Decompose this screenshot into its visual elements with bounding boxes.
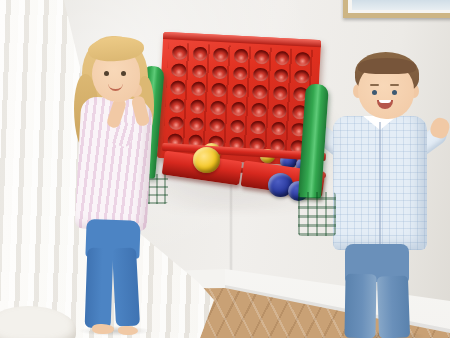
- boy-eye: [392, 90, 397, 95]
- girl-eye: [121, 71, 126, 76]
- board-cell-r2c7[interactable]: [292, 68, 310, 85]
- empty-hole: [231, 102, 246, 117]
- empty-hole: [193, 46, 208, 61]
- picture-art: [352, 0, 450, 10]
- room-scene: [0, 0, 450, 338]
- board-cell-r4c1[interactable]: [168, 97, 186, 114]
- empty-hole: [254, 50, 269, 65]
- board-cell-r1c2[interactable]: [191, 45, 209, 62]
- empty-hole: [170, 98, 185, 113]
- empty-hole: [213, 48, 228, 63]
- empty-hole: [271, 121, 286, 136]
- empty-hole: [192, 64, 207, 79]
- girl-foot: [118, 326, 138, 335]
- boy-teeth: [379, 100, 391, 103]
- board-cell-r2c1[interactable]: [170, 62, 188, 79]
- board-cell-r3c4[interactable]: [230, 83, 248, 100]
- empty-hole: [274, 51, 289, 66]
- girl-eye: [104, 71, 109, 76]
- board-cell-r2c2[interactable]: [190, 63, 208, 80]
- empty-hole: [190, 99, 205, 114]
- empty-hole: [273, 68, 288, 83]
- board-cell-r2c5[interactable]: [252, 66, 270, 83]
- empty-hole: [171, 81, 186, 96]
- empty-hole: [212, 65, 227, 80]
- empty-hole: [272, 104, 287, 119]
- empty-hole: [273, 86, 288, 101]
- boy-eyebrow: [390, 84, 399, 86]
- girl-jeans-leg: [112, 247, 140, 326]
- board-cell-r5c2[interactable]: [188, 116, 206, 133]
- board-cell-r2c4[interactable]: [231, 65, 249, 82]
- empty-hole: [189, 117, 204, 132]
- board-cell-r5c5[interactable]: [249, 119, 267, 136]
- empty-hole: [230, 119, 245, 134]
- girl-jeans-leg: [85, 248, 114, 329]
- empty-hole: [191, 82, 206, 97]
- board-cell-r2c6[interactable]: [272, 67, 290, 84]
- empty-hole: [252, 85, 267, 100]
- boy-jeans-leg: [377, 275, 410, 338]
- board-cell-r5c3[interactable]: [208, 117, 226, 134]
- board-cell-r4c5[interactable]: [250, 102, 268, 119]
- board-cell-r2c3[interactable]: [211, 64, 229, 81]
- empty-hole: [234, 49, 249, 64]
- girl-smile: [108, 81, 123, 91]
- board-cell-r4c4[interactable]: [229, 101, 247, 118]
- yellow-disc[interactable]: [193, 147, 220, 173]
- board-cell-r1c6[interactable]: [273, 50, 291, 67]
- board-cell-r1c5[interactable]: [253, 49, 271, 66]
- empty-hole: [169, 116, 184, 131]
- hole-grid: [163, 42, 314, 157]
- boy-shirt-placket: [379, 122, 381, 246]
- girl-foot: [92, 324, 114, 334]
- empty-hole: [210, 100, 225, 115]
- empty-hole: [295, 52, 310, 67]
- right-rail-foot: [298, 192, 336, 236]
- board-cell-r3c6[interactable]: [271, 85, 289, 102]
- empty-hole: [171, 63, 186, 78]
- board-cell-r3c5[interactable]: [251, 84, 269, 101]
- empty-hole: [209, 118, 224, 133]
- boy-smile: [377, 100, 393, 109]
- empty-hole: [232, 84, 247, 99]
- board-cell-r1c3[interactable]: [212, 47, 230, 64]
- empty-hole: [250, 120, 265, 135]
- empty-hole: [253, 67, 268, 82]
- empty-hole: [172, 45, 187, 60]
- board-cell-r1c7[interactable]: [293, 51, 311, 68]
- wall-picture-frame: [343, 0, 450, 18]
- board-cell-r1c1[interactable]: [171, 44, 189, 61]
- board-cell-r4c2[interactable]: [189, 98, 207, 115]
- board-cell-r4c3[interactable]: [209, 99, 227, 116]
- girl: [52, 34, 170, 338]
- board-cell-r4c6[interactable]: [270, 103, 288, 120]
- empty-hole: [233, 66, 248, 81]
- empty-hole: [251, 103, 266, 118]
- empty-hole: [211, 83, 226, 98]
- board-cell-r1c4[interactable]: [232, 48, 250, 65]
- board-cell-r5c4[interactable]: [228, 118, 246, 135]
- board-cell-r5c6[interactable]: [269, 120, 287, 137]
- empty-hole: [294, 69, 309, 84]
- board-cell-r3c1[interactable]: [169, 80, 187, 97]
- boy-jeans-leg: [344, 274, 376, 338]
- board-cell-r3c3[interactable]: [210, 82, 228, 99]
- board-cell-r3c2[interactable]: [189, 81, 207, 98]
